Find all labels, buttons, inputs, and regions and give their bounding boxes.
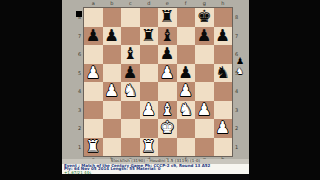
square-f1 [177,138,196,157]
square-b5 [103,64,122,83]
square-a7: ♟ [84,27,103,46]
square-f3: ♞ [177,101,196,120]
file-label-c: c [121,0,140,7]
white-knight: ♞ [123,82,138,101]
square-d4 [140,82,159,101]
square-g5 [195,64,214,83]
square-h5: ♞ [214,64,233,83]
file-label-a: a [84,0,103,7]
black-knight: ♞ [215,64,230,83]
square-b8 [103,8,122,27]
file-label-e: e [158,0,177,7]
square-g8: ♚ [195,8,214,27]
rank-label-6: 6 [76,45,83,64]
file-label-b: b [103,0,122,7]
square-d8 [140,8,159,27]
white-knight: ♞ [178,101,193,120]
square-h8 [214,8,233,27]
rank-label-2: 2 [233,119,240,138]
square-a2 [84,119,103,138]
rank-label-7: 7 [76,27,83,46]
content-area: abcdefgh abcdefgh 87654321 87654321 ♜♚♟♟… [62,0,249,180]
rank-label-1: 1 [76,138,83,157]
square-e8: ♜ [158,8,177,27]
square-e1 [158,138,177,157]
video-frame: { "game": "chess", "position": { "fen": … [0,0,320,180]
square-a4 [84,82,103,101]
rank-labels-right: 87654321 [233,8,240,156]
file-label-h: h [214,0,233,7]
black-to-move-indicator [76,11,82,17]
square-d2 [140,119,159,138]
rank-label-7: 7 [233,27,240,46]
white-rook: ♜ [86,138,101,157]
rank-label-1: 1 [233,138,240,157]
captured-material-tray: ♟♞ [234,56,246,76]
square-f7 [177,27,196,46]
square-b2 [103,119,122,138]
black-pawn: ♟ [178,64,193,83]
rank-label-2: 2 [76,119,83,138]
square-f6 [177,45,196,64]
white-pawn: ♟ [215,119,230,138]
square-d1: ♜ [140,138,159,157]
square-g1 [195,138,214,157]
square-c2 [121,119,140,138]
square-b7: ♟ [103,27,122,46]
square-e2: ♚ [158,119,177,138]
white-king: ♚ [160,119,175,138]
captured-white-knight-icon: ♞ [236,66,244,76]
file-label-g: g [195,0,214,7]
black-pawn: ♟ [123,64,138,83]
square-e3: ♝ [158,101,177,120]
square-a1: ♜ [84,138,103,157]
white-pawn: ♟ [141,101,156,120]
square-g2 [195,119,214,138]
square-c7 [121,27,140,46]
square-h6 [214,45,233,64]
white-bishop: ♝ [160,101,175,120]
square-b4: ♟ [103,82,122,101]
square-c6: ♝ [121,45,140,64]
black-king: ♚ [197,8,212,27]
white-pawn: ♟ [197,101,212,120]
square-c3 [121,101,140,120]
black-pawn: ♟ [160,45,175,64]
square-a6 [84,45,103,64]
black-pawn: ♟ [86,27,101,46]
square-g3: ♟ [195,101,214,120]
square-a5: ♟ [84,64,103,83]
game-info-panel: Stockfish (3190) - Houdini 1.5 (3119) (1… [62,159,249,174]
square-h7: ♟ [214,27,233,46]
black-pawn: ♟ [197,27,212,46]
square-b6 [103,45,122,64]
square-c1 [121,138,140,157]
white-rook: ♜ [141,138,156,157]
square-g7: ♟ [195,27,214,46]
square-b3 [103,101,122,120]
square-c4: ♞ [121,82,140,101]
square-b1 [103,138,122,157]
square-h4 [214,82,233,101]
square-a3 [84,101,103,120]
square-e4 [158,82,177,101]
square-f2 [177,119,196,138]
square-c5: ♟ [121,64,140,83]
square-e5: ♟ [158,64,177,83]
black-rook: ♜ [141,27,156,46]
rank-label-3: 3 [76,101,83,120]
black-pawn: ♟ [104,27,119,46]
square-f8 [177,8,196,27]
square-d5 [140,64,159,83]
rank-label-5: 5 [76,64,83,83]
square-c8 [121,8,140,27]
white-pawn: ♟ [104,82,119,101]
rank-labels-left: 87654321 [76,8,83,156]
bottom-letterbox [62,174,249,180]
square-h1 [214,138,233,157]
file-labels-top: abcdefgh [84,0,232,7]
square-d6 [140,45,159,64]
rank-label-4: 4 [233,82,240,101]
black-rook: ♜ [160,8,175,27]
black-pawn: ♟ [215,27,230,46]
rank-label-4: 4 [76,82,83,101]
chess-board: ♜♚♟♟♜♝♟♟♝♟♟♟♟♟♞♟♞♟♟♝♞♟♚♟♜♜ [84,8,232,156]
black-bishop: ♝ [123,45,138,64]
black-bishop: ♝ [160,27,175,46]
square-g6 [195,45,214,64]
white-pawn: ♟ [160,64,175,83]
rank-label-8: 8 [233,8,240,27]
white-pawn: ♟ [86,64,101,83]
square-e6: ♟ [158,45,177,64]
file-label-d: d [140,0,159,7]
white-pawn: ♟ [178,82,193,101]
square-a8 [84,8,103,27]
square-f4: ♟ [177,82,196,101]
file-label-f: f [177,0,196,7]
captured-black-pawn-icon: ♟ [236,56,244,66]
square-h3 [214,101,233,120]
rank-label-3: 3 [233,101,240,120]
square-g4 [195,82,214,101]
square-h2: ♟ [214,119,233,138]
square-d7: ♜ [140,27,159,46]
square-e7: ♝ [158,27,177,46]
square-f5: ♟ [177,64,196,83]
square-d3: ♟ [140,101,159,120]
board-margin: abcdefgh abcdefgh 87654321 87654321 ♜♚♟♟… [62,0,249,159]
